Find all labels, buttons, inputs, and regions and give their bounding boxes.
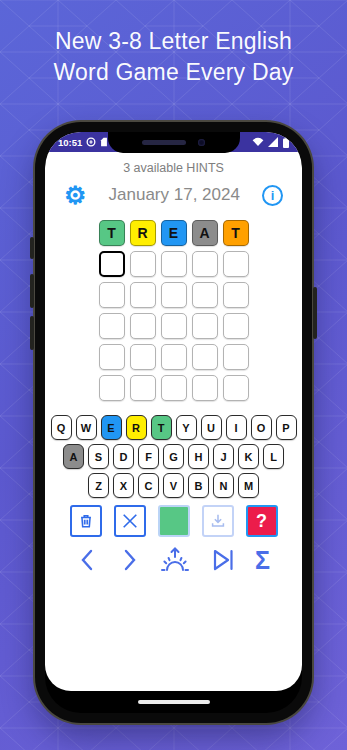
- info-icon[interactable]: i: [262, 185, 283, 206]
- key-L[interactable]: L: [263, 444, 284, 469]
- grid-cell-3-3[interactable]: [192, 313, 218, 339]
- key-Y[interactable]: Y: [176, 415, 197, 440]
- green-swatch-button[interactable]: [158, 505, 190, 537]
- x-icon: [121, 512, 139, 530]
- app-display: 10:51: [45, 132, 302, 691]
- grid-cell-1-3[interactable]: [192, 251, 218, 277]
- clear-button[interactable]: [114, 505, 146, 537]
- key-B[interactable]: B: [188, 473, 209, 498]
- key-I[interactable]: I: [226, 415, 247, 440]
- action-toolbar: ?: [45, 505, 302, 537]
- grid-cell-2-4[interactable]: [223, 282, 249, 308]
- grid-cell-0-1[interactable]: R: [130, 220, 156, 246]
- banner-tagline: New 3-8 Letter English Word Game Every D…: [0, 26, 347, 88]
- phone-notch: [108, 132, 240, 153]
- delete-word-button[interactable]: [70, 505, 102, 537]
- key-E[interactable]: E: [101, 415, 122, 440]
- today-sunrise-button[interactable]: [159, 546, 191, 574]
- page-background: New 3-8 Letter English Word Game Every D…: [0, 0, 347, 750]
- bottom-nav: Σ: [45, 546, 302, 574]
- key-K[interactable]: K: [238, 444, 259, 469]
- grid-cell-5-3[interactable]: [192, 375, 218, 401]
- battery-icon: [283, 137, 289, 148]
- key-H[interactable]: H: [188, 444, 209, 469]
- key-O[interactable]: O: [251, 415, 272, 440]
- data-saver-icon: [86, 137, 96, 147]
- key-C[interactable]: C: [138, 473, 159, 498]
- question-mark: ?: [256, 511, 267, 532]
- grid-cell-5-0[interactable]: [99, 375, 125, 401]
- key-J[interactable]: J: [213, 444, 234, 469]
- download-icon: [209, 512, 227, 530]
- home-indicator: [138, 700, 210, 704]
- keyboard: QWERTYUIOPASDFGHJKLZXCVBNM: [45, 415, 302, 498]
- grid-cell-4-1[interactable]: [130, 344, 156, 370]
- cell-signal-icon: [268, 137, 279, 147]
- grid-cell-0-4[interactable]: T: [223, 220, 249, 246]
- hint-button[interactable]: ?: [246, 505, 278, 537]
- grid-cell-2-3[interactable]: [192, 282, 218, 308]
- puzzle-date: January 17, 2024: [109, 185, 240, 205]
- grid-cell-5-1[interactable]: [130, 375, 156, 401]
- phone-screen: 10:51: [45, 132, 302, 713]
- grid-cell-4-4[interactable]: [223, 344, 249, 370]
- key-S[interactable]: S: [88, 444, 109, 469]
- skip-to-latest-button[interactable]: [210, 547, 236, 573]
- keyboard-row-3: ZXCVBNM: [45, 473, 302, 498]
- key-V[interactable]: V: [163, 473, 184, 498]
- grid-cell-1-1[interactable]: [130, 251, 156, 277]
- grid-cell-4-0[interactable]: [99, 344, 125, 370]
- settings-gear-icon[interactable]: ⚙: [64, 183, 86, 208]
- key-G[interactable]: G: [163, 444, 184, 469]
- word-grid: TREAT: [45, 220, 302, 401]
- phone-power-button: [313, 287, 317, 339]
- chevron-left-icon: [77, 547, 99, 573]
- status-time: 10:51: [58, 137, 82, 148]
- key-M[interactable]: M: [238, 473, 259, 498]
- earpiece-speaker: [142, 140, 186, 145]
- phone-chin: [45, 691, 302, 713]
- keyboard-row-2: ASDFGHJKL: [45, 444, 302, 469]
- grid-cell-0-0[interactable]: T: [99, 220, 125, 246]
- key-N[interactable]: N: [213, 473, 234, 498]
- grid-cell-3-4[interactable]: [223, 313, 249, 339]
- key-Z[interactable]: Z: [88, 473, 109, 498]
- grid-cell-5-2[interactable]: [161, 375, 187, 401]
- prev-day-button[interactable]: [77, 547, 99, 573]
- header-row: ⚙ January 17, 2024 i: [45, 180, 302, 210]
- grid-cell-4-3[interactable]: [192, 344, 218, 370]
- grid-cell-1-2[interactable]: [161, 251, 187, 277]
- grid-cell-1-0[interactable]: [99, 251, 125, 277]
- key-P[interactable]: P: [276, 415, 297, 440]
- skip-end-icon: [210, 547, 236, 573]
- key-W[interactable]: W: [76, 415, 97, 440]
- key-A[interactable]: A: [63, 444, 84, 469]
- hints-counter: 3 available HINTS: [45, 161, 302, 175]
- phone-mockup: 10:51: [35, 122, 312, 723]
- phone-mute-switch: [30, 237, 34, 259]
- key-X[interactable]: X: [113, 473, 134, 498]
- grid-cell-3-1[interactable]: [130, 313, 156, 339]
- front-camera: [198, 139, 205, 146]
- key-R[interactable]: R: [126, 415, 147, 440]
- key-U[interactable]: U: [201, 415, 222, 440]
- keyboard-row-1: QWERTYUIOP: [45, 415, 302, 440]
- grid-cell-2-2[interactable]: [161, 282, 187, 308]
- grid-cell-5-4[interactable]: [223, 375, 249, 401]
- key-F[interactable]: F: [138, 444, 159, 469]
- next-day-button[interactable]: [118, 547, 140, 573]
- grid-cell-2-1[interactable]: [130, 282, 156, 308]
- stats-sum-button[interactable]: Σ: [255, 548, 270, 573]
- grid-cell-3-2[interactable]: [161, 313, 187, 339]
- grid-cell-4-2[interactable]: [161, 344, 187, 370]
- key-D[interactable]: D: [113, 444, 134, 469]
- banner-line2: Word Game Every Day: [0, 57, 347, 88]
- grid-cell-2-0[interactable]: [99, 282, 125, 308]
- key-Q[interactable]: Q: [51, 415, 72, 440]
- banner-line1: New 3-8 Letter English: [0, 26, 347, 57]
- grid-cell-0-3[interactable]: A: [192, 220, 218, 246]
- grid-cell-1-4[interactable]: [223, 251, 249, 277]
- phone-volume-down-button: [30, 316, 34, 350]
- chevron-right-icon: [118, 547, 140, 573]
- trash-icon: [77, 512, 95, 530]
- sunrise-icon: [159, 546, 191, 574]
- wifi-icon: [252, 137, 264, 147]
- key-T[interactable]: T: [151, 415, 172, 440]
- grid-cell-0-2[interactable]: E: [161, 220, 187, 246]
- save-download-button[interactable]: [202, 505, 234, 537]
- sigma-icon: Σ: [255, 548, 270, 573]
- grid-cell-3-0[interactable]: [99, 313, 125, 339]
- phone-volume-up-button: [30, 274, 34, 308]
